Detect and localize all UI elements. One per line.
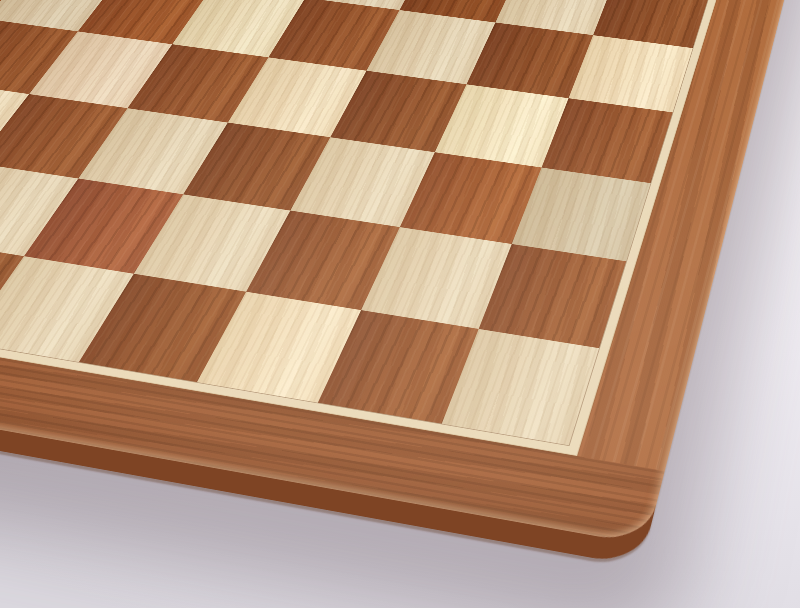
chessboard bbox=[0, 0, 800, 545]
photo-backdrop bbox=[0, 0, 800, 608]
